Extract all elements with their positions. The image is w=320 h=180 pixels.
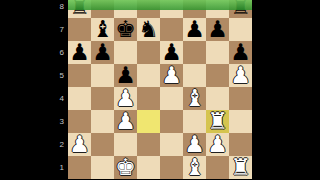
square-g6[interactable] <box>206 41 229 64</box>
square-c6[interactable] <box>114 41 137 64</box>
chess-board: ♜♜♝♚♞♟♟♟♟♟♟♟♟♟♟♝♟♜♟♟♟♚♝♜ <box>68 0 252 179</box>
square-c7[interactable]: ♚ <box>114 18 137 41</box>
square-e5[interactable]: ♟ <box>160 64 183 87</box>
rank-label-8: 8 <box>50 0 64 18</box>
square-f6[interactable] <box>183 41 206 64</box>
square-a4[interactable] <box>68 87 91 110</box>
square-a3[interactable] <box>68 110 91 133</box>
piece-white-pawn: ♟ <box>230 64 251 87</box>
square-b5[interactable] <box>91 64 114 87</box>
square-g8[interactable] <box>206 0 229 18</box>
square-f5[interactable] <box>183 64 206 87</box>
square-h6[interactable]: ♟ <box>229 41 252 64</box>
rank-labels: 8 7 6 5 4 3 2 1 <box>50 0 64 179</box>
piece-black-pawn: ♟ <box>115 64 136 87</box>
square-c5[interactable]: ♟ <box>114 64 137 87</box>
square-e3[interactable] <box>160 110 183 133</box>
piece-black-rook: ♜ <box>69 0 90 18</box>
piece-white-pawn: ♟ <box>115 87 136 110</box>
square-h8[interactable]: ♜ <box>229 0 252 18</box>
square-d8[interactable] <box>137 0 160 18</box>
square-h7[interactable] <box>229 18 252 41</box>
square-a7[interactable] <box>68 18 91 41</box>
rank-label-6: 6 <box>50 41 64 64</box>
square-b4[interactable] <box>91 87 114 110</box>
square-b7[interactable]: ♝ <box>91 18 114 41</box>
square-c8[interactable] <box>114 0 137 18</box>
square-f1[interactable]: ♝ <box>183 156 206 179</box>
square-f8[interactable] <box>183 0 206 18</box>
piece-black-bishop: ♝ <box>92 18 113 41</box>
square-c4[interactable]: ♟ <box>114 87 137 110</box>
piece-black-pawn: ♟ <box>207 18 228 41</box>
square-h2[interactable] <box>229 133 252 156</box>
rank-label-3: 3 <box>50 110 64 133</box>
rank-label-1: 1 <box>50 156 64 179</box>
piece-white-pawn: ♟ <box>184 133 205 156</box>
square-a2[interactable]: ♟ <box>68 133 91 156</box>
square-d2[interactable] <box>137 133 160 156</box>
square-b8[interactable] <box>91 0 114 18</box>
square-h1[interactable]: ♜ <box>229 156 252 179</box>
square-f7[interactable]: ♟ <box>183 18 206 41</box>
square-b6[interactable]: ♟ <box>91 41 114 64</box>
piece-white-pawn: ♟ <box>69 133 90 156</box>
square-e1[interactable] <box>160 156 183 179</box>
square-d1[interactable] <box>137 156 160 179</box>
square-a8[interactable]: ♜ <box>68 0 91 18</box>
piece-black-pawn: ♟ <box>69 41 90 64</box>
square-d5[interactable] <box>137 64 160 87</box>
square-b2[interactable] <box>91 133 114 156</box>
square-f3[interactable] <box>183 110 206 133</box>
piece-black-pawn: ♟ <box>230 41 251 64</box>
square-e8[interactable] <box>160 0 183 18</box>
square-h4[interactable] <box>229 87 252 110</box>
square-a5[interactable] <box>68 64 91 87</box>
rank-label-5: 5 <box>50 64 64 87</box>
square-b3[interactable] <box>91 110 114 133</box>
square-a1[interactable] <box>68 156 91 179</box>
square-g4[interactable] <box>206 87 229 110</box>
square-e4[interactable] <box>160 87 183 110</box>
square-h5[interactable]: ♟ <box>229 64 252 87</box>
piece-white-pawn: ♟ <box>207 133 228 156</box>
square-b1[interactable] <box>91 156 114 179</box>
piece-black-rook: ♜ <box>230 0 251 18</box>
square-f2[interactable]: ♟ <box>183 133 206 156</box>
piece-white-bishop: ♝ <box>184 87 205 110</box>
rank-label-4: 4 <box>50 87 64 110</box>
square-a6[interactable]: ♟ <box>68 41 91 64</box>
piece-black-pawn: ♟ <box>161 41 182 64</box>
square-f4[interactable]: ♝ <box>183 87 206 110</box>
square-c1[interactable]: ♚ <box>114 156 137 179</box>
rank-label-2: 2 <box>50 133 64 156</box>
square-d4[interactable] <box>137 87 160 110</box>
piece-white-bishop: ♝ <box>184 156 205 179</box>
square-g3[interactable]: ♜ <box>206 110 229 133</box>
square-d3[interactable] <box>137 110 160 133</box>
square-g2[interactable]: ♟ <box>206 133 229 156</box>
square-d6[interactable] <box>137 41 160 64</box>
square-e2[interactable] <box>160 133 183 156</box>
piece-white-pawn: ♟ <box>115 110 136 133</box>
square-c3[interactable]: ♟ <box>114 110 137 133</box>
square-h3[interactable] <box>229 110 252 133</box>
square-e7[interactable] <box>160 18 183 41</box>
square-c2[interactable] <box>114 133 137 156</box>
piece-white-rook: ♜ <box>207 110 228 133</box>
piece-white-rook: ♜ <box>230 156 251 179</box>
square-g7[interactable]: ♟ <box>206 18 229 41</box>
square-d7[interactable]: ♞ <box>137 18 160 41</box>
square-g1[interactable] <box>206 156 229 179</box>
square-g5[interactable] <box>206 64 229 87</box>
piece-black-pawn: ♟ <box>184 18 205 41</box>
piece-white-king: ♚ <box>115 156 136 179</box>
square-e6[interactable]: ♟ <box>160 41 183 64</box>
video-frame: 8 7 6 5 4 3 2 1 ♜♜♝♚♞♟♟♟♟♟♟♟♟♟♟♝♟♜♟♟♟♚♝♜ <box>0 0 320 180</box>
piece-black-pawn: ♟ <box>92 41 113 64</box>
rank-label-7: 7 <box>50 18 64 41</box>
piece-black-king: ♚ <box>115 18 136 41</box>
piece-white-pawn: ♟ <box>161 64 182 87</box>
piece-black-knight: ♞ <box>138 18 159 41</box>
